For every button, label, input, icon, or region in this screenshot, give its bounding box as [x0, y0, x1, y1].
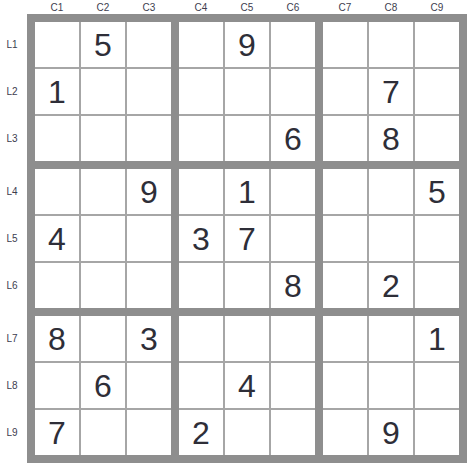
cell-L5C1[interactable]: 4 [35, 216, 79, 261]
cell-L9C9[interactable] [415, 410, 459, 455]
cell-L6C7[interactable] [323, 263, 367, 308]
row-label-L4: L4 [0, 169, 27, 214]
cell-L1C6[interactable] [271, 22, 315, 67]
row-label-L5: L5 [0, 216, 27, 261]
cell-L7C2[interactable] [81, 316, 125, 361]
cell-L7C7[interactable] [323, 316, 367, 361]
col-label-C3: C3 [127, 0, 171, 14]
cell-L2C8[interactable]: 7 [369, 69, 413, 114]
cell-L3C9[interactable] [415, 116, 459, 161]
row-labels: L1L2L3L4L5L6L7L8L9 [0, 22, 27, 455]
cell-L1C8[interactable] [369, 22, 413, 67]
cell-L2C5[interactable] [225, 69, 269, 114]
col-label-C1: C1 [35, 0, 79, 14]
cell-L6C1[interactable] [35, 263, 79, 308]
cell-L6C8[interactable]: 2 [369, 263, 413, 308]
cell-L9C5[interactable] [225, 410, 269, 455]
col-label-C2: C2 [81, 0, 125, 14]
cell-L8C7[interactable] [323, 363, 367, 408]
cell-L5C9[interactable] [415, 216, 459, 261]
cell-L4C6[interactable] [271, 169, 315, 214]
cell-L4C9[interactable]: 5 [415, 169, 459, 214]
box-separator-horizontal-2 [35, 308, 459, 316]
cell-L2C9[interactable] [415, 69, 459, 114]
cell-L8C8[interactable] [369, 363, 413, 408]
cell-L5C8[interactable] [369, 216, 413, 261]
cell-L1C3[interactable] [127, 22, 171, 67]
cell-L9C8[interactable]: 9 [369, 410, 413, 455]
cell-L8C4[interactable] [179, 363, 223, 408]
cell-L5C6[interactable] [271, 216, 315, 261]
row-label-L6: L6 [0, 263, 27, 308]
cell-L6C5[interactable] [225, 263, 269, 308]
row-label-L3: L3 [0, 116, 27, 161]
cell-L7C4[interactable] [179, 316, 223, 361]
cell-L8C5[interactable]: 4 [225, 363, 269, 408]
col-label-C5: C5 [225, 0, 269, 14]
cell-L5C7[interactable] [323, 216, 367, 261]
cell-L8C6[interactable] [271, 363, 315, 408]
cell-L9C2[interactable] [81, 410, 125, 455]
cell-L7C3[interactable]: 3 [127, 316, 171, 361]
cell-L6C2[interactable] [81, 263, 125, 308]
cell-L1C1[interactable] [35, 22, 79, 67]
cell-L6C9[interactable] [415, 263, 459, 308]
cell-L4C8[interactable] [369, 169, 413, 214]
cell-L3C2[interactable] [81, 116, 125, 161]
cell-L7C9[interactable]: 1 [415, 316, 459, 361]
row-label-L1: L1 [0, 22, 27, 67]
cell-L9C7[interactable] [323, 410, 367, 455]
cell-L7C6[interactable] [271, 316, 315, 361]
col-label-C8: C8 [369, 0, 413, 14]
cell-L1C4[interactable] [179, 22, 223, 67]
cell-L8C2[interactable]: 6 [81, 363, 125, 408]
cell-L1C5[interactable]: 9 [225, 22, 269, 67]
cell-L2C2[interactable] [81, 69, 125, 114]
cell-L8C3[interactable] [127, 363, 171, 408]
cell-L1C9[interactable] [415, 22, 459, 67]
cell-L3C7[interactable] [323, 116, 367, 161]
cell-L8C9[interactable] [415, 363, 459, 408]
row-label-L2: L2 [0, 69, 27, 114]
cell-L3C1[interactable] [35, 116, 79, 161]
sudoku-app: C1C2C3C4C5C6C7C8C9 L1L2L3L4L5L6L7L8L9 59… [0, 0, 467, 464]
cell-L9C4[interactable]: 2 [179, 410, 223, 455]
cell-L3C3[interactable] [127, 116, 171, 161]
cell-L2C7[interactable] [323, 69, 367, 114]
cell-L7C8[interactable] [369, 316, 413, 361]
box-separator-horizontal-1 [35, 161, 459, 169]
cell-L2C1[interactable]: 1 [35, 69, 79, 114]
row-label-L8: L8 [0, 363, 27, 408]
col-label-C9: C9 [415, 0, 459, 14]
cell-L3C8[interactable]: 8 [369, 116, 413, 161]
cell-L2C3[interactable] [127, 69, 171, 114]
cell-L4C1[interactable] [35, 169, 79, 214]
cell-L3C6[interactable]: 6 [271, 116, 315, 161]
col-label-C6: C6 [271, 0, 315, 14]
column-labels: C1C2C3C4C5C6C7C8C9 [35, 0, 459, 14]
cell-L4C7[interactable] [323, 169, 367, 214]
box-separator-vertical-2 [315, 22, 323, 455]
cell-L9C1[interactable]: 7 [35, 410, 79, 455]
cell-L3C4[interactable] [179, 116, 223, 161]
cell-L6C6[interactable]: 8 [271, 263, 315, 308]
row-label-L9: L9 [0, 410, 27, 455]
cell-L8C1[interactable] [35, 363, 79, 408]
cell-L4C4[interactable] [179, 169, 223, 214]
row-label-L7: L7 [0, 316, 27, 361]
cell-L5C3[interactable] [127, 216, 171, 261]
cell-L5C4[interactable]: 3 [179, 216, 223, 261]
sudoku-grid: 5917689154378283164729 [35, 22, 459, 455]
cell-L9C3[interactable] [127, 410, 171, 455]
cell-L3C5[interactable] [225, 116, 269, 161]
box-separator-vertical-1 [171, 22, 179, 455]
cell-L6C4[interactable] [179, 263, 223, 308]
cell-L2C4[interactable] [179, 69, 223, 114]
cell-L1C7[interactable] [323, 22, 367, 67]
cell-L7C1[interactable]: 8 [35, 316, 79, 361]
cell-L9C6[interactable] [271, 410, 315, 455]
cell-L1C2[interactable]: 5 [81, 22, 125, 67]
cell-L5C2[interactable] [81, 216, 125, 261]
cell-L5C5[interactable]: 7 [225, 216, 269, 261]
cell-L2C6[interactable] [271, 69, 315, 114]
col-label-C7: C7 [323, 0, 367, 14]
cell-L4C3[interactable]: 9 [127, 169, 171, 214]
cell-L4C2[interactable] [81, 169, 125, 214]
sudoku-board: 5917689154378283164729 [27, 14, 467, 463]
col-label-C4: C4 [179, 0, 223, 14]
cell-L7C5[interactable] [225, 316, 269, 361]
cell-L4C5[interactable]: 1 [225, 169, 269, 214]
cell-L6C3[interactable] [127, 263, 171, 308]
